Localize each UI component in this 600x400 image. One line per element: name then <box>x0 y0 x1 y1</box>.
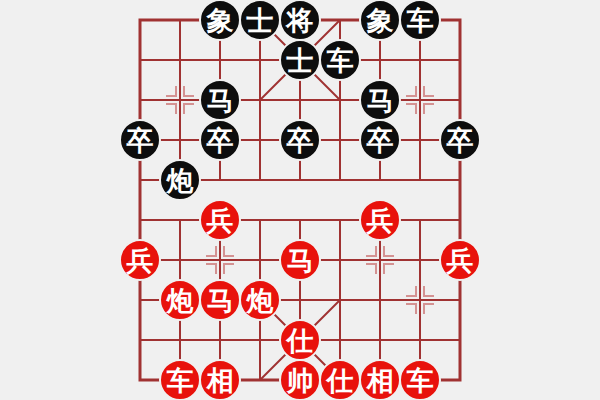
point-marker <box>184 104 194 114</box>
piece-black-horse[interactable]: 马 <box>359 79 401 121</box>
point-marker <box>224 264 234 274</box>
piece-red-cannon[interactable]: 炮 <box>159 279 201 321</box>
piece-red-general[interactable]: 帅 <box>279 359 321 400</box>
point-marker <box>184 86 194 96</box>
piece-black-soldier[interactable]: 卒 <box>199 119 241 161</box>
point-marker <box>424 104 434 114</box>
piece-black-soldier[interactable]: 卒 <box>439 119 481 161</box>
piece-black-chariot[interactable]: 车 <box>399 0 441 41</box>
piece-black-advisor[interactable]: 士 <box>279 39 321 81</box>
piece-black-elephant[interactable]: 象 <box>359 0 401 41</box>
point-marker <box>406 104 416 114</box>
piece-black-soldier[interactable]: 卒 <box>119 119 161 161</box>
piece-black-general[interactable]: 将 <box>279 0 321 41</box>
piece-black-chariot[interactable]: 车 <box>319 39 361 81</box>
point-marker <box>224 246 234 256</box>
piece-red-soldier[interactable]: 兵 <box>439 239 481 281</box>
point-marker <box>406 286 416 296</box>
piece-red-horse[interactable]: 马 <box>279 239 321 281</box>
piece-black-advisor[interactable]: 士 <box>239 0 281 41</box>
point-marker <box>406 86 416 96</box>
point-marker <box>166 104 176 114</box>
piece-black-soldier[interactable]: 卒 <box>359 119 401 161</box>
piece-black-elephant[interactable]: 象 <box>199 0 241 41</box>
point-marker <box>406 304 416 314</box>
piece-red-soldier[interactable]: 兵 <box>119 239 161 281</box>
piece-red-soldier[interactable]: 兵 <box>199 199 241 241</box>
piece-red-chariot[interactable]: 车 <box>159 359 201 400</box>
piece-black-soldier[interactable]: 卒 <box>279 119 321 161</box>
point-marker <box>166 86 176 96</box>
piece-red-elephant[interactable]: 相 <box>199 359 241 400</box>
piece-red-chariot[interactable]: 车 <box>399 359 441 400</box>
piece-red-cannon[interactable]: 炮 <box>239 279 281 321</box>
piece-red-advisor[interactable]: 仕 <box>319 359 361 400</box>
point-marker <box>424 304 434 314</box>
xiangqi-app: 象士将象车士车马马卒卒卒卒卒炮兵兵兵马兵炮马炮仕车相帅仕相车 <box>0 0 600 400</box>
piece-black-cannon[interactable]: 炮 <box>159 159 201 201</box>
piece-red-elephant[interactable]: 相 <box>359 359 401 400</box>
piece-red-horse[interactable]: 马 <box>199 279 241 321</box>
point-marker <box>366 264 376 274</box>
point-marker <box>384 246 394 256</box>
piece-red-advisor[interactable]: 仕 <box>279 319 321 361</box>
point-marker <box>424 286 434 296</box>
point-marker <box>424 86 434 96</box>
piece-red-soldier[interactable]: 兵 <box>359 199 401 241</box>
point-marker <box>366 246 376 256</box>
point-marker <box>206 246 216 256</box>
point-marker <box>206 264 216 274</box>
point-marker <box>384 264 394 274</box>
piece-black-horse[interactable]: 马 <box>199 79 241 121</box>
